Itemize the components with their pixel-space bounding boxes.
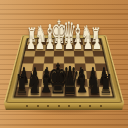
white-pawn[interactable]: ♟ bbox=[83, 33, 92, 51]
white-pawn[interactable]: ♟ bbox=[55, 33, 64, 51]
white-pawn[interactable]: ♟ bbox=[36, 33, 45, 51]
pieces-layer: ♜♞♝♚♛♝♞♜♟♟♟♟♟♟♟♟♟♟♟♟♟♟♟♟♜♞♝♚♛♝♞♜ bbox=[0, 0, 128, 128]
black-rook[interactable]: ♜ bbox=[99, 72, 112, 98]
white-pawn[interactable]: ♟ bbox=[45, 33, 54, 51]
white-pawn[interactable]: ♟ bbox=[64, 33, 73, 51]
white-pawn[interactable]: ♟ bbox=[26, 33, 35, 51]
chess-scene: ♜♞♝♚♛♝♞♜♟♟♟♟♟♟♟♟♟♟♟♟♟♟♟♟♜♞♝♚♛♝♞♜ bbox=[0, 0, 128, 128]
white-pawn[interactable]: ♟ bbox=[92, 33, 101, 51]
white-pawn[interactable]: ♟ bbox=[73, 33, 82, 51]
